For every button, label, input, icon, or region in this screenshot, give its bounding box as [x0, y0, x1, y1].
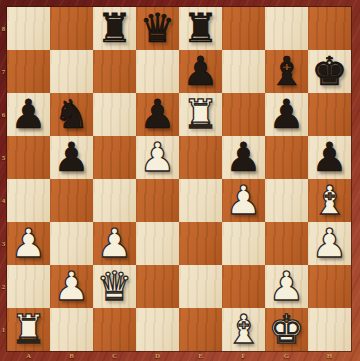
square-d1[interactable]	[136, 308, 179, 351]
file-label-g: G	[265, 351, 308, 361]
square-h5[interactable]: ♟	[308, 136, 351, 179]
rank-label-4: 4	[0, 179, 7, 222]
rank-label-2: 2	[0, 265, 7, 308]
rank-label-5: 5	[0, 136, 7, 179]
square-f1[interactable]: ♝	[222, 308, 265, 351]
square-a6[interactable]: ♟	[7, 93, 50, 136]
rank-label-3: 3	[0, 222, 7, 265]
white-pawn[interactable]: ♟	[50, 265, 93, 308]
square-a5[interactable]	[7, 136, 50, 179]
file-label-h: H	[308, 351, 351, 361]
square-e6[interactable]: ♜	[179, 93, 222, 136]
square-g6[interactable]: ♟	[265, 93, 308, 136]
black-pawn[interactable]: ♟	[222, 136, 265, 179]
black-pawn[interactable]: ♟	[7, 93, 50, 136]
square-f4[interactable]: ♟	[222, 179, 265, 222]
square-f7[interactable]	[222, 50, 265, 93]
black-pawn[interactable]: ♟	[308, 136, 351, 179]
square-c7[interactable]	[93, 50, 136, 93]
square-g5[interactable]	[265, 136, 308, 179]
square-c1[interactable]	[93, 308, 136, 351]
file-label-b: B	[50, 351, 93, 361]
square-h6[interactable]	[308, 93, 351, 136]
square-h2[interactable]	[308, 265, 351, 308]
square-f6[interactable]	[222, 93, 265, 136]
square-b1[interactable]	[50, 308, 93, 351]
square-b4[interactable]	[50, 179, 93, 222]
square-b8[interactable]	[50, 7, 93, 50]
square-e1[interactable]	[179, 308, 222, 351]
square-f3[interactable]	[222, 222, 265, 265]
square-e5[interactable]	[179, 136, 222, 179]
square-h1[interactable]	[308, 308, 351, 351]
rank-label-7: 7	[0, 50, 7, 93]
white-pawn[interactable]: ♟	[222, 179, 265, 222]
square-b7[interactable]	[50, 50, 93, 93]
square-e8[interactable]: ♜	[179, 7, 222, 50]
white-bishop[interactable]: ♝	[308, 179, 351, 222]
square-e3[interactable]	[179, 222, 222, 265]
black-pawn[interactable]: ♟	[179, 50, 222, 93]
square-g7[interactable]: ♝	[265, 50, 308, 93]
file-label-e: E	[179, 351, 222, 361]
square-b6[interactable]: ♞	[50, 93, 93, 136]
square-a1[interactable]: ♜	[7, 308, 50, 351]
square-d3[interactable]	[136, 222, 179, 265]
square-e7[interactable]: ♟	[179, 50, 222, 93]
rank-labels: 87654321	[0, 7, 7, 351]
square-f2[interactable]	[222, 265, 265, 308]
square-d7[interactable]	[136, 50, 179, 93]
rank-label-1: 1	[0, 308, 7, 351]
square-g4[interactable]	[265, 179, 308, 222]
black-pawn[interactable]: ♟	[50, 136, 93, 179]
white-bishop[interactable]: ♝	[222, 308, 265, 351]
file-label-d: D	[136, 351, 179, 361]
square-c8[interactable]: ♜	[93, 7, 136, 50]
square-c2[interactable]: ♛	[93, 265, 136, 308]
square-h7[interactable]: ♚	[308, 50, 351, 93]
file-label-c: C	[93, 351, 136, 361]
black-rook[interactable]: ♜	[179, 7, 222, 50]
square-g2[interactable]: ♟	[265, 265, 308, 308]
black-queen[interactable]: ♛	[136, 7, 179, 50]
square-g8[interactable]	[265, 7, 308, 50]
square-d6[interactable]: ♟	[136, 93, 179, 136]
black-bishop[interactable]: ♝	[265, 50, 308, 93]
square-e4[interactable]	[179, 179, 222, 222]
black-king[interactable]: ♚	[308, 50, 351, 93]
white-rook[interactable]: ♜	[7, 308, 50, 351]
square-a8[interactable]	[7, 7, 50, 50]
square-a3[interactable]: ♟	[7, 222, 50, 265]
rank-label-6: 6	[0, 93, 7, 136]
black-knight[interactable]: ♞	[50, 93, 93, 136]
square-f5[interactable]: ♟	[222, 136, 265, 179]
file-label-f: F	[222, 351, 265, 361]
square-c6[interactable]	[93, 93, 136, 136]
square-h8[interactable]	[308, 7, 351, 50]
rank-label-8: 8	[0, 7, 7, 50]
white-pawn[interactable]: ♟	[93, 222, 136, 265]
square-b3[interactable]	[50, 222, 93, 265]
white-pawn[interactable]: ♟	[136, 136, 179, 179]
square-c3[interactable]: ♟	[93, 222, 136, 265]
square-e2[interactable]	[179, 265, 222, 308]
square-g1[interactable]: ♚	[265, 308, 308, 351]
square-a7[interactable]	[7, 50, 50, 93]
square-d8[interactable]: ♛	[136, 7, 179, 50]
square-b2[interactable]: ♟	[50, 265, 93, 308]
white-queen[interactable]: ♛	[93, 265, 136, 308]
square-a4[interactable]	[7, 179, 50, 222]
square-h3[interactable]: ♟	[308, 222, 351, 265]
file-label-a: A	[7, 351, 50, 361]
white-king[interactable]: ♚	[265, 308, 308, 351]
black-pawn[interactable]: ♟	[136, 93, 179, 136]
chess-diagram: ♜♛♜♟♝♚♟♞♟♜♟♟♟♟♟♟♝♟♟♟♟♛♟♜♝♚ 87654321 ABCD…	[0, 0, 360, 361]
white-pawn[interactable]: ♟	[265, 265, 308, 308]
white-pawn[interactable]: ♟	[308, 222, 351, 265]
square-c4[interactable]	[93, 179, 136, 222]
square-c5[interactable]	[93, 136, 136, 179]
white-pawn[interactable]: ♟	[7, 222, 50, 265]
square-d2[interactable]	[136, 265, 179, 308]
black-rook[interactable]: ♜	[93, 7, 136, 50]
square-g3[interactable]	[265, 222, 308, 265]
black-pawn[interactable]: ♟	[265, 93, 308, 136]
square-h4[interactable]: ♝	[308, 179, 351, 222]
chess-board: ♜♛♜♟♝♚♟♞♟♜♟♟♟♟♟♟♝♟♟♟♟♛♟♜♝♚	[7, 7, 351, 351]
square-f8[interactable]	[222, 7, 265, 50]
square-b5[interactable]: ♟	[50, 136, 93, 179]
square-a2[interactable]	[7, 265, 50, 308]
file-labels: ABCDEFGH	[7, 351, 351, 361]
white-rook[interactable]: ♜	[179, 93, 222, 136]
square-d4[interactable]	[136, 179, 179, 222]
square-d5[interactable]: ♟	[136, 136, 179, 179]
